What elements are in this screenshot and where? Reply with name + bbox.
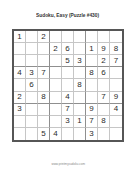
cell-r3c6: 3: [74, 55, 86, 67]
cell-r9c9: [110, 128, 122, 140]
cell-r5c9: [110, 79, 122, 91]
cell-r3c9: 7: [110, 55, 122, 67]
cell-r4c4: [50, 67, 62, 79]
title-row: Sudoku, Easy (Puzzle #430): [0, 13, 136, 24]
cell-r8c8: 8: [98, 116, 110, 128]
cell-r1c8: [98, 31, 110, 43]
cell-r7c2: [26, 104, 38, 116]
cell-r2c2: [26, 43, 38, 55]
cell-r7c3: [38, 104, 50, 116]
cell-r4c9: [110, 67, 122, 79]
cell-r5c6: 8: [74, 79, 86, 91]
cell-r6c7: [86, 92, 98, 104]
cell-r8c2: [26, 116, 38, 128]
cell-r8c9: [110, 116, 122, 128]
cell-r5c8: [98, 79, 110, 91]
cell-r6c1: 2: [14, 92, 26, 104]
cell-r5c1: [14, 79, 26, 91]
cell-r1c9: [110, 31, 122, 43]
cell-r9c8: [98, 128, 110, 140]
cell-r3c5: 5: [62, 55, 74, 67]
cell-r3c1: [14, 55, 26, 67]
cell-r6c6: [74, 92, 86, 104]
cell-r8c4: [50, 116, 62, 128]
cell-r6c9: 9: [110, 92, 122, 104]
cell-r1c6: [74, 31, 86, 43]
sudoku-board: 1226198532743786682847937943178543: [12, 29, 124, 142]
cell-r6c3: 8: [38, 92, 50, 104]
cell-r9c1: [14, 128, 26, 140]
cell-r6c8: 7: [98, 92, 110, 104]
cell-r2c8: 9: [98, 43, 110, 55]
cell-r1c2: [26, 31, 38, 43]
footer-url: www.printmysudoku.com: [51, 162, 85, 165]
cell-r4c7: 8: [86, 67, 98, 79]
cell-r5c7: [86, 79, 98, 91]
cell-r5c5: [62, 79, 74, 91]
cell-r1c7: [86, 31, 98, 43]
cell-r7c4: [50, 104, 62, 116]
cell-r2c4: 2: [50, 43, 62, 55]
cell-r1c3: 2: [38, 31, 50, 43]
cell-r2c1: [14, 43, 26, 55]
cell-r9c6: [74, 128, 86, 140]
cell-r3c4: [50, 55, 62, 67]
cell-r3c3: [38, 55, 50, 67]
cell-r2c3: [38, 43, 50, 55]
cell-r4c8: 6: [98, 67, 110, 79]
cell-r3c8: 2: [98, 55, 110, 67]
cell-r1c1: 1: [14, 31, 26, 43]
cell-r5c2: 6: [26, 79, 38, 91]
cell-r7c8: [98, 104, 110, 116]
cell-r3c2: [26, 55, 38, 67]
cell-r2c9: 8: [110, 43, 122, 55]
cell-r4c2: 3: [26, 67, 38, 79]
cell-r8c3: [38, 116, 50, 128]
cell-r9c4: 4: [50, 128, 62, 140]
cell-r3c7: [86, 55, 98, 67]
footer-row: www.printmysudoku.com: [0, 162, 136, 171]
page: Sudoku, Easy (Puzzle #430) 1226198532743…: [0, 0, 136, 176]
cell-r9c7: 3: [86, 128, 98, 140]
cell-r7c9: 4: [110, 104, 122, 116]
cell-r8c6: 1: [74, 116, 86, 128]
cell-r9c2: [26, 128, 38, 140]
cell-r5c4: [50, 79, 62, 91]
cell-r2c7: 1: [86, 43, 98, 55]
cell-r8c7: 7: [86, 116, 98, 128]
cell-r4c3: 7: [38, 67, 50, 79]
cell-r7c1: 3: [14, 104, 26, 116]
cell-r7c6: [74, 104, 86, 116]
cell-r1c4: [50, 31, 62, 43]
cell-r6c5: 4: [62, 92, 74, 104]
cell-r2c6: [74, 43, 86, 55]
cell-r8c1: [14, 116, 26, 128]
cell-r8c5: 3: [62, 116, 74, 128]
cell-r7c7: 9: [86, 104, 98, 116]
cell-r9c5: [62, 128, 74, 140]
cell-r6c4: [50, 92, 62, 104]
cell-r4c1: 4: [14, 67, 26, 79]
cell-r9c3: 5: [38, 128, 50, 140]
cell-r6c2: [26, 92, 38, 104]
cell-r4c6: [74, 67, 86, 79]
cell-r5c3: [38, 79, 50, 91]
cell-r4c5: [62, 67, 74, 79]
page-title: Sudoku, Easy (Puzzle #430): [37, 13, 100, 18]
cell-r7c5: 7: [62, 104, 74, 116]
cell-r1c5: [62, 31, 74, 43]
cell-r2c5: 6: [62, 43, 74, 55]
